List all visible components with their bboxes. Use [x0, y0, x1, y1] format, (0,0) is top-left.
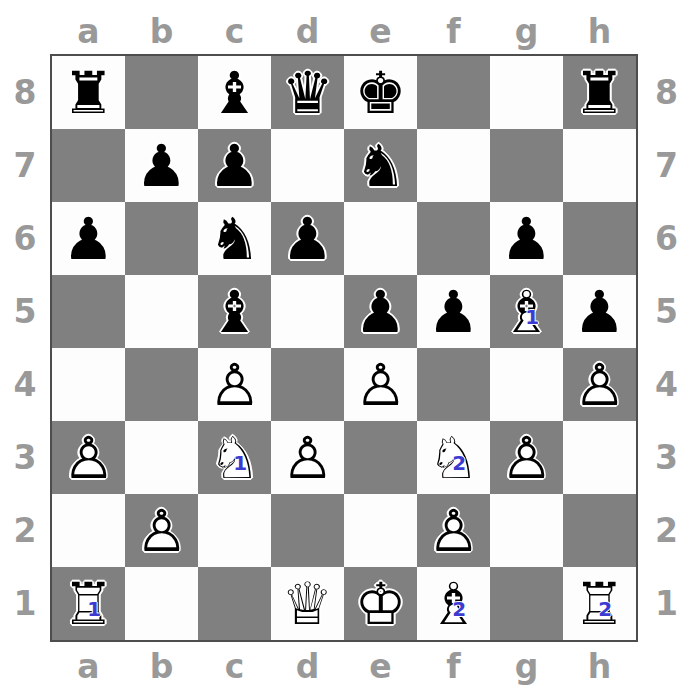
- rank-label-7: 7: [638, 129, 695, 202]
- square-a7[interactable]: [52, 129, 125, 202]
- square-a3[interactable]: ♟♙: [52, 421, 125, 494]
- white-pawn-outline-icon: ♙: [198, 348, 271, 421]
- white-queen[interactable]: ♛♕: [271, 567, 344, 640]
- square-f3[interactable]: ♞♘2: [417, 421, 490, 494]
- piece-number-badge: 2: [452, 453, 466, 473]
- white-pawn-outline-icon: ♙: [125, 494, 198, 567]
- file-label-d: d: [271, 15, 344, 54]
- white-rook-outline-icon: ♖: [563, 567, 636, 640]
- square-f5[interactable]: ♟: [417, 275, 490, 348]
- file-label-f: f: [417, 650, 490, 683]
- square-e2[interactable]: [344, 494, 417, 567]
- white-rook-icon: ♜: [52, 567, 125, 640]
- square-b6[interactable]: [125, 202, 198, 275]
- square-h6[interactable]: [563, 202, 636, 275]
- white-pawn-icon: ♟: [198, 348, 271, 421]
- square-b1[interactable]: [125, 567, 198, 640]
- white-bishop-outline-icon: ♗: [490, 275, 563, 348]
- square-d6[interactable]: ♟: [271, 202, 344, 275]
- white-pawn-icon: ♟: [490, 421, 563, 494]
- white-king-outline-icon: ♔: [344, 567, 417, 640]
- file-label-e: e: [344, 15, 417, 54]
- file-label-a: a: [52, 650, 125, 683]
- square-a6[interactable]: ♟: [52, 202, 125, 275]
- square-b7[interactable]: ♟: [125, 129, 198, 202]
- white-pawn-outline-icon: ♙: [490, 421, 563, 494]
- file-label-g: g: [490, 15, 563, 54]
- square-c7[interactable]: ♟: [198, 129, 271, 202]
- black-pawn-icon: ♟: [125, 129, 198, 202]
- square-d5[interactable]: [271, 275, 344, 348]
- black-pawn[interactable]: ♟: [271, 202, 344, 275]
- file-label-h: h: [563, 15, 636, 54]
- square-b2[interactable]: ♟♙: [125, 494, 198, 567]
- square-f6[interactable]: [417, 202, 490, 275]
- white-knight[interactable]: ♞♘1: [198, 421, 271, 494]
- piece-number-badge: 1: [525, 307, 539, 327]
- rank-label-3: 3: [638, 421, 695, 494]
- black-rook-icon: ♜: [563, 56, 636, 129]
- square-h3[interactable]: [563, 421, 636, 494]
- square-e5[interactable]: ♟: [344, 275, 417, 348]
- piece-number-badge: 1: [233, 453, 247, 473]
- rank-label-4: 4: [0, 348, 50, 421]
- square-g3[interactable]: ♟♙: [490, 421, 563, 494]
- square-f8[interactable]: [417, 56, 490, 129]
- square-c1[interactable]: [198, 567, 271, 640]
- white-bishop-outline-icon: ♗: [417, 567, 490, 640]
- piece-number-badge: 1: [87, 599, 101, 619]
- square-h1[interactable]: ♜♖2: [563, 567, 636, 640]
- square-f7[interactable]: [417, 129, 490, 202]
- rank-labels-left: 87654321: [0, 56, 50, 640]
- piece-number-badge: 2: [598, 599, 612, 619]
- black-queen[interactable]: ♛: [271, 56, 344, 129]
- black-pawn[interactable]: ♟: [563, 275, 636, 348]
- square-c2[interactable]: [198, 494, 271, 567]
- file-label-h: h: [563, 650, 636, 683]
- square-h8[interactable]: ♜: [563, 56, 636, 129]
- black-pawn-icon: ♟: [344, 275, 417, 348]
- file-label-b: b: [125, 650, 198, 683]
- white-knight[interactable]: ♞♘2: [417, 421, 490, 494]
- file-label-c: c: [198, 15, 271, 54]
- rank-label-3: 3: [0, 421, 50, 494]
- square-h4[interactable]: ♟♙: [563, 348, 636, 421]
- rank-label-2: 2: [638, 494, 695, 567]
- black-pawn[interactable]: ♟: [490, 202, 563, 275]
- square-g5[interactable]: ♝♗1: [490, 275, 563, 348]
- black-rook[interactable]: ♜: [563, 56, 636, 129]
- square-g7[interactable]: [490, 129, 563, 202]
- white-knight-outline-icon: ♘: [417, 421, 490, 494]
- white-pawn[interactable]: ♟♙: [417, 494, 490, 567]
- square-g6[interactable]: ♟: [490, 202, 563, 275]
- square-a1[interactable]: ♜♖1: [52, 567, 125, 640]
- white-knight-icon: ♞: [198, 421, 271, 494]
- file-label-g: g: [490, 650, 563, 683]
- file-label-b: b: [125, 15, 198, 54]
- black-king[interactable]: ♚: [344, 56, 417, 129]
- square-a2[interactable]: [52, 494, 125, 567]
- rank-label-5: 5: [638, 275, 695, 348]
- black-knight-icon: ♞: [344, 129, 417, 202]
- square-e8[interactable]: ♚: [344, 56, 417, 129]
- white-king[interactable]: ♚♔: [344, 567, 417, 640]
- black-pawn[interactable]: ♟: [125, 129, 198, 202]
- file-labels-top: abcdefgh: [52, 0, 636, 54]
- file-label-d: d: [271, 650, 344, 683]
- white-pawn-outline-icon: ♙: [563, 348, 636, 421]
- white-pawn-icon: ♟: [417, 494, 490, 567]
- white-pawn-outline-icon: ♙: [417, 494, 490, 567]
- white-pawn[interactable]: ♟♙: [198, 348, 271, 421]
- black-bishop-icon: ♝: [198, 275, 271, 348]
- white-queen-outline-icon: ♕: [271, 567, 344, 640]
- rank-label-8: 8: [638, 56, 695, 129]
- square-b5[interactable]: [125, 275, 198, 348]
- square-c5[interactable]: ♝: [198, 275, 271, 348]
- black-knight-icon: ♞: [198, 202, 271, 275]
- white-knight-outline-icon: ♘: [198, 421, 271, 494]
- square-e3[interactable]: [344, 421, 417, 494]
- white-pawn[interactable]: ♟♙: [125, 494, 198, 567]
- file-label-f: f: [417, 15, 490, 54]
- white-rook[interactable]: ♜♖1: [52, 567, 125, 640]
- white-pawn-icon: ♟: [52, 421, 125, 494]
- square-h5[interactable]: ♟: [563, 275, 636, 348]
- white-bishop[interactable]: ♝♗1: [490, 275, 563, 348]
- white-pawn-icon: ♟: [563, 348, 636, 421]
- black-pawn[interactable]: ♟: [52, 202, 125, 275]
- white-knight-icon: ♞: [417, 421, 490, 494]
- square-g1[interactable]: [490, 567, 563, 640]
- white-queen-icon: ♛: [271, 567, 344, 640]
- white-pawn-outline-icon: ♙: [52, 421, 125, 494]
- black-rook-icon: ♜: [52, 56, 125, 129]
- black-pawn-icon: ♟: [52, 202, 125, 275]
- square-d2[interactable]: [271, 494, 344, 567]
- square-d8[interactable]: ♛: [271, 56, 344, 129]
- black-bishop[interactable]: ♝: [198, 56, 271, 129]
- white-rook-outline-icon: ♖: [52, 567, 125, 640]
- square-c4[interactable]: ♟♙: [198, 348, 271, 421]
- white-rook-icon: ♜: [563, 567, 636, 640]
- rank-label-1: 1: [0, 567, 50, 640]
- white-king-icon: ♚: [344, 567, 417, 640]
- square-e7[interactable]: ♞: [344, 129, 417, 202]
- black-knight[interactable]: ♞: [344, 129, 417, 202]
- square-f4[interactable]: [417, 348, 490, 421]
- white-pawn[interactable]: ♟♙: [271, 421, 344, 494]
- rank-label-6: 6: [638, 202, 695, 275]
- black-queen-icon: ♛: [271, 56, 344, 129]
- white-pawn[interactable]: ♟♙: [490, 421, 563, 494]
- black-pawn-icon: ♟: [271, 202, 344, 275]
- white-bishop[interactable]: ♝♗2: [417, 567, 490, 640]
- square-c6[interactable]: ♞: [198, 202, 271, 275]
- square-b8[interactable]: [125, 56, 198, 129]
- square-a4[interactable]: [52, 348, 125, 421]
- piece-number-badge: 2: [452, 599, 466, 619]
- file-labels-bottom: abcdefgh: [52, 642, 636, 691]
- rank-label-6: 6: [0, 202, 50, 275]
- square-e4[interactable]: ♟♙: [344, 348, 417, 421]
- chess-diagram: abcdefgh 87654321 ♜♝♛♚♜♟♟♞♟♞♟♟♝♟♟♝♗1♟♟♙♟…: [0, 0, 695, 691]
- rank-label-7: 7: [0, 129, 50, 202]
- rank-labels-right: 87654321: [638, 56, 695, 640]
- black-bishop[interactable]: ♝: [198, 275, 271, 348]
- square-f2[interactable]: ♟♙: [417, 494, 490, 567]
- black-bishop-icon: ♝: [198, 56, 271, 129]
- rank-label-4: 4: [638, 348, 695, 421]
- rank-label-5: 5: [0, 275, 50, 348]
- white-bishop-icon: ♝: [417, 567, 490, 640]
- black-rook[interactable]: ♜: [52, 56, 125, 129]
- black-pawn[interactable]: ♟: [198, 129, 271, 202]
- square-a8[interactable]: ♜: [52, 56, 125, 129]
- square-h2[interactable]: [563, 494, 636, 567]
- square-g8[interactable]: [490, 56, 563, 129]
- square-e6[interactable]: [344, 202, 417, 275]
- square-e1[interactable]: ♚♔: [344, 567, 417, 640]
- square-d7[interactable]: [271, 129, 344, 202]
- square-d1[interactable]: ♛♕: [271, 567, 344, 640]
- white-pawn-icon: ♟: [271, 421, 344, 494]
- square-a5[interactable]: [52, 275, 125, 348]
- white-pawn-outline-icon: ♙: [344, 348, 417, 421]
- white-pawn[interactable]: ♟♙: [52, 421, 125, 494]
- square-g4[interactable]: [490, 348, 563, 421]
- black-pawn-icon: ♟: [490, 202, 563, 275]
- black-king-icon: ♚: [344, 56, 417, 129]
- black-pawn[interactable]: ♟: [417, 275, 490, 348]
- square-c3[interactable]: ♞♘1: [198, 421, 271, 494]
- white-pawn[interactable]: ♟♙: [563, 348, 636, 421]
- rank-label-8: 8: [0, 56, 50, 129]
- white-pawn-outline-icon: ♙: [271, 421, 344, 494]
- square-h7[interactable]: [563, 129, 636, 202]
- black-knight[interactable]: ♞: [198, 202, 271, 275]
- square-d3[interactable]: ♟♙: [271, 421, 344, 494]
- black-pawn[interactable]: ♟: [344, 275, 417, 348]
- square-c8[interactable]: ♝: [198, 56, 271, 129]
- square-d4[interactable]: [271, 348, 344, 421]
- square-b4[interactable]: [125, 348, 198, 421]
- file-label-e: e: [344, 650, 417, 683]
- file-label-c: c: [198, 650, 271, 683]
- square-b3[interactable]: [125, 421, 198, 494]
- white-bishop-icon: ♝: [490, 275, 563, 348]
- black-pawn-icon: ♟: [563, 275, 636, 348]
- white-pawn[interactable]: ♟♙: [344, 348, 417, 421]
- square-f1[interactable]: ♝♗2: [417, 567, 490, 640]
- black-pawn-icon: ♟: [417, 275, 490, 348]
- rank-label-1: 1: [638, 567, 695, 640]
- chess-board: ♜♝♛♚♜♟♟♞♟♞♟♟♝♟♟♝♗1♟♟♙♟♙♟♙♟♙♞♘1♟♙♞♘2♟♙♟♙♟…: [50, 54, 638, 642]
- rank-label-2: 2: [0, 494, 50, 567]
- white-pawn-icon: ♟: [344, 348, 417, 421]
- white-pawn-icon: ♟: [125, 494, 198, 567]
- file-label-a: a: [52, 15, 125, 54]
- white-rook[interactable]: ♜♖2: [563, 567, 636, 640]
- square-g2[interactable]: [490, 494, 563, 567]
- black-pawn-icon: ♟: [198, 129, 271, 202]
